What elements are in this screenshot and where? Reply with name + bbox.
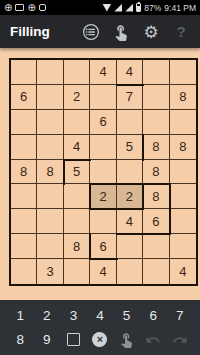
region-border-v: [142, 134, 144, 161]
screenshot-icon: [15, 4, 24, 11]
cell-r8c7[interactable]: [170, 234, 196, 259]
clear-icon[interactable]: ×: [87, 328, 114, 353]
cell-r1c4[interactable]: 4: [90, 60, 116, 85]
cell-r9c6[interactable]: [143, 259, 169, 284]
cell-r4c1[interactable]: [11, 135, 37, 160]
battery-percent: 87%: [144, 3, 161, 13]
settings-gear-icon[interactable]: ⚙: [142, 23, 160, 41]
cell-r2c5[interactable]: 7: [117, 85, 143, 110]
cell-r3c6[interactable]: [143, 110, 169, 135]
cell-r6c3[interactable]: [64, 184, 90, 209]
cell-r8c2[interactable]: [37, 234, 63, 259]
cell-r7c5[interactable]: 4: [117, 209, 143, 234]
cell-r5c2[interactable]: 8: [37, 160, 63, 185]
signal-icon: [125, 4, 133, 12]
cell-r2c3[interactable]: 2: [64, 85, 90, 110]
cell-r1c3[interactable]: [64, 60, 90, 85]
cell-r2c7[interactable]: 8: [170, 85, 196, 110]
cell-r9c4[interactable]: 4: [90, 259, 116, 284]
cell-r4c3[interactable]: 4: [64, 135, 90, 160]
key-digit-6[interactable]: 6: [140, 303, 167, 328]
cell-r6c1[interactable]: [11, 184, 37, 209]
notification-circle-icon: ⊕: [4, 3, 12, 13]
cell-r6c5[interactable]: 2: [117, 184, 143, 209]
key-digit-1[interactable]: 1: [7, 303, 34, 328]
redo-icon[interactable]: [166, 328, 193, 353]
cell-r6c6[interactable]: 8: [143, 184, 169, 209]
cell-r2c1[interactable]: 6: [11, 85, 37, 110]
key-digit-9[interactable]: 9: [34, 328, 61, 353]
key-digit-5[interactable]: 5: [113, 303, 140, 328]
region-border-icon[interactable]: [60, 328, 87, 353]
region-border-h: [89, 258, 117, 260]
puzzle-grid[interactable]: 4462786458888582284686344: [9, 58, 198, 286]
touch-mode-icon[interactable]: [113, 328, 140, 353]
cell-r5c4[interactable]: [90, 160, 116, 185]
status-left-icons: ⊕ ⊕: [4, 3, 46, 13]
cell-r6c2[interactable]: [37, 184, 63, 209]
region-border-v: [89, 233, 91, 260]
cell-r7c4[interactable]: [90, 209, 116, 234]
cell-r2c4[interactable]: [90, 85, 116, 110]
key-digit-4[interactable]: 4: [87, 303, 114, 328]
cell-r5c3[interactable]: 5: [64, 160, 90, 185]
cell-r8c6[interactable]: [143, 234, 169, 259]
cell-r9c2[interactable]: 3: [37, 259, 63, 284]
region-border-v: [142, 183, 144, 210]
cell-r4c5[interactable]: 5: [117, 135, 143, 160]
cell-r6c7[interactable]: [170, 184, 196, 209]
status-bar: ⊕ ⊕ 87% 9:41 PM: [0, 0, 200, 15]
cell-r3c3[interactable]: [64, 110, 90, 135]
cell-r5c5[interactable]: [117, 160, 143, 185]
signal-icon: [114, 4, 122, 12]
cell-r3c1[interactable]: [11, 110, 37, 135]
key-digit-3[interactable]: 3: [60, 303, 87, 328]
cell-r4c7[interactable]: 8: [170, 135, 196, 160]
cell-r7c3[interactable]: [64, 209, 90, 234]
cell-r4c2[interactable]: [37, 135, 63, 160]
region-border-h: [116, 84, 144, 86]
list-icon[interactable]: [82, 23, 100, 41]
undo-icon[interactable]: [140, 328, 167, 353]
cell-r1c7[interactable]: [170, 60, 196, 85]
key-digit-2[interactable]: 2: [34, 303, 61, 328]
cell-r2c6[interactable]: [143, 85, 169, 110]
cell-r9c7[interactable]: 4: [170, 259, 196, 284]
appbar-actions: ⚙ ?: [82, 23, 190, 41]
cell-r2c2[interactable]: [37, 85, 63, 110]
cell-r3c5[interactable]: [117, 110, 143, 135]
cell-r6c4[interactable]: 2: [90, 184, 116, 209]
cell-r7c6[interactable]: 6: [143, 209, 169, 234]
key-digit-8[interactable]: 8: [7, 328, 34, 353]
cell-r3c4[interactable]: 6: [90, 110, 116, 135]
region-border-h: [89, 183, 170, 185]
app-notification-icon: [39, 4, 46, 11]
region-border-h: [63, 159, 91, 161]
cell-r1c1[interactable]: [11, 60, 37, 85]
region-border-v: [169, 183, 171, 235]
board-area: 4462786458888582284686344: [0, 48, 200, 300]
cell-r1c2[interactable]: [37, 60, 63, 85]
cell-r8c5[interactable]: [117, 234, 143, 259]
battery-icon: [136, 3, 141, 12]
cell-r7c2[interactable]: [37, 209, 63, 234]
cell-r1c6[interactable]: [143, 60, 169, 85]
cell-r5c7[interactable]: [170, 160, 196, 185]
cell-r8c3[interactable]: 8: [64, 234, 90, 259]
region-border-h: [89, 208, 144, 210]
help-icon: ?: [172, 23, 190, 41]
app-screen: ⊕ ⊕ 87% 9:41 PM Filling: [0, 0, 200, 355]
cell-r4c4[interactable]: [90, 135, 116, 160]
wifi-icon: [102, 4, 111, 12]
cell-r4c6[interactable]: 8: [143, 135, 169, 160]
region-border-v: [63, 159, 65, 186]
clock: 9:41 PM: [164, 3, 196, 13]
number-keypad: 123456789×: [0, 300, 200, 355]
region-border-h: [116, 233, 171, 235]
region-border-v: [89, 183, 91, 210]
cell-r7c7[interactable]: [170, 209, 196, 234]
status-right: 87% 9:41 PM: [102, 3, 196, 13]
cell-r8c1[interactable]: [11, 234, 37, 259]
cell-r3c2[interactable]: [37, 110, 63, 135]
page-title: Filling: [10, 24, 82, 39]
cell-r5c1[interactable]: 8: [11, 160, 37, 185]
cell-r3c7[interactable]: [170, 110, 196, 135]
cell-r9c3[interactable]: [64, 259, 90, 284]
cell-r1c5[interactable]: 4: [117, 60, 143, 85]
app-bar: Filling ⚙ ?: [0, 15, 200, 48]
touch-icon[interactable]: [112, 23, 130, 41]
cell-r9c5[interactable]: [117, 259, 143, 284]
cell-r9c1[interactable]: [11, 259, 37, 284]
cell-r5c6[interactable]: 8: [143, 160, 169, 185]
notification-circle-icon: ⊕: [27, 3, 35, 13]
key-digit-7[interactable]: 7: [166, 303, 193, 328]
cell-r7c1[interactable]: [11, 209, 37, 234]
cell-r8c4[interactable]: 6: [90, 234, 116, 259]
